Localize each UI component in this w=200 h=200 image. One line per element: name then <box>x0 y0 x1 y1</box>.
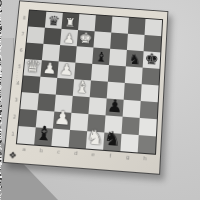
piece-white-rook-c8[interactable]: ♜ <box>62 15 80 29</box>
square-d2[interactable] <box>70 113 88 131</box>
piece-black-queen-b8[interactable]: ♛ <box>45 12 63 28</box>
square-b3[interactable] <box>37 93 55 111</box>
square-g2[interactable] <box>122 117 140 135</box>
square-d6[interactable] <box>75 46 93 64</box>
square-g7[interactable] <box>127 34 145 51</box>
piece-white-king-d7[interactable]: ♚ <box>77 29 95 46</box>
square-g5[interactable] <box>125 66 143 84</box>
square-d1[interactable] <box>69 130 88 149</box>
square-a1[interactable] <box>17 126 36 145</box>
square-e8[interactable] <box>95 15 113 32</box>
square-d3[interactable] <box>71 96 89 114</box>
square-f5[interactable] <box>108 65 126 83</box>
square-g1[interactable] <box>120 134 138 153</box>
square-a8[interactable] <box>28 10 46 27</box>
square-b7[interactable] <box>43 28 61 45</box>
piece-black-pawn-f3[interactable]: ♟ <box>106 95 124 116</box>
board-border: ······· ❖ 87654321 abcdefgh ♛♜♟♚♝♞♚♛♟♟♝♟… <box>3 0 169 175</box>
square-e7[interactable] <box>93 31 111 48</box>
piece-black-bishop-e6[interactable]: ♝ <box>92 47 110 64</box>
square-h5[interactable] <box>142 68 160 86</box>
piece-black-knight-f1[interactable]: ♞ <box>103 127 122 150</box>
square-g8[interactable] <box>128 18 146 35</box>
square-b4[interactable] <box>39 77 57 95</box>
square-h3[interactable] <box>140 101 158 119</box>
photo-scene: ······· ❖ 87654321 abcdefgh ♛♜♟♚♝♞♚♛♟♟♝♟… <box>0 0 200 200</box>
square-h4[interactable] <box>141 84 159 102</box>
piece-white-queen-a5[interactable]: ♛ <box>24 56 43 76</box>
square-h2[interactable] <box>139 118 157 136</box>
board-grid: ♛♜♟♚♝♞♚♛♟♟♝♟♟♝♞♞ <box>16 9 163 154</box>
piece-white-pawn-b5[interactable]: ♟ <box>40 59 58 77</box>
piece-white-pawn-c7[interactable]: ♟ <box>60 30 78 46</box>
square-f6[interactable] <box>109 49 127 67</box>
piece-black-bishop-b1[interactable]: ♝ <box>34 122 53 145</box>
piece-white-pawn-c2[interactable]: ♟ <box>53 107 72 129</box>
square-g3[interactable] <box>123 100 141 118</box>
square-h8[interactable] <box>145 19 163 36</box>
square-c4[interactable] <box>56 78 74 96</box>
piece-black-knight-g6[interactable]: ♞ <box>126 50 144 67</box>
square-e4[interactable] <box>90 80 108 98</box>
square-e3[interactable] <box>88 97 106 115</box>
chess-board: ······· ❖ 87654321 abcdefgh ♛♜♟♚♝♞♚♛♟♟♝♟… <box>3 0 169 175</box>
square-e5[interactable] <box>91 64 109 82</box>
piece-white-pawn-c5[interactable]: ♟ <box>57 60 75 78</box>
square-a4[interactable] <box>22 75 40 93</box>
piece-black-king-h6[interactable]: ♚ <box>143 49 161 68</box>
square-f7[interactable] <box>110 33 128 50</box>
square-a7[interactable] <box>27 26 45 43</box>
piece-white-knight-e1[interactable]: ♞ <box>86 125 105 148</box>
square-f8[interactable] <box>111 16 129 33</box>
square-c1[interactable] <box>51 129 70 148</box>
piece-white-bishop-d4[interactable]: ♝ <box>73 77 91 96</box>
square-h1[interactable] <box>138 135 156 154</box>
square-g4[interactable] <box>124 83 142 101</box>
square-a3[interactable] <box>20 92 39 110</box>
square-a2[interactable] <box>19 109 38 127</box>
